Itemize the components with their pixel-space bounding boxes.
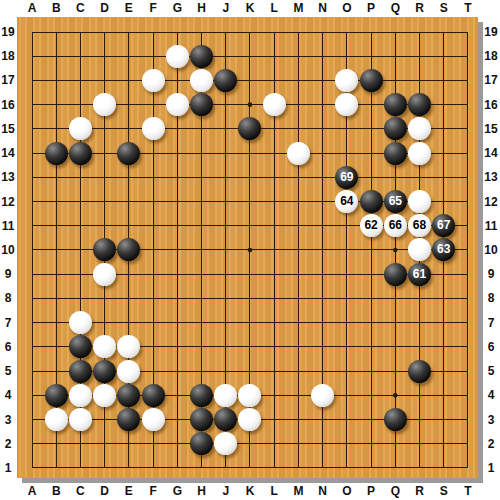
row-label-5-right: 5 bbox=[488, 364, 495, 378]
row-label-4-right: 4 bbox=[488, 388, 495, 402]
col-label-T-top: T bbox=[464, 1, 471, 15]
move-number-label: 63 bbox=[432, 238, 455, 261]
stone-white-R11: 68 bbox=[408, 214, 431, 237]
stone-white-C4 bbox=[69, 384, 92, 407]
row-label-5-left: 5 bbox=[5, 364, 12, 378]
col-label-K-bottom: K bbox=[246, 484, 255, 498]
stone-white-R12 bbox=[408, 190, 431, 213]
stone-white-E5 bbox=[117, 360, 140, 383]
col-label-B-top: B bbox=[52, 1, 61, 15]
stone-white-F17 bbox=[142, 69, 165, 92]
stone-black-H3 bbox=[190, 408, 213, 431]
stone-white-L16 bbox=[263, 93, 286, 116]
stone-white-O12: 64 bbox=[335, 190, 358, 213]
move-number-label: 67 bbox=[432, 214, 455, 237]
row-label-12-right: 12 bbox=[484, 195, 497, 209]
col-label-S-top: S bbox=[440, 1, 448, 15]
stone-black-Q14 bbox=[384, 142, 407, 165]
row-label-18-right: 18 bbox=[484, 49, 497, 63]
stone-white-D9 bbox=[93, 263, 116, 286]
stone-white-M14 bbox=[287, 142, 310, 165]
col-label-J-top: J bbox=[222, 1, 229, 15]
move-number-label: 66 bbox=[384, 214, 407, 237]
stone-black-Q12: 65 bbox=[384, 190, 407, 213]
stone-white-C7 bbox=[69, 311, 92, 334]
row-label-9-left: 9 bbox=[5, 267, 12, 281]
stone-black-B4 bbox=[45, 384, 68, 407]
col-label-M-bottom: M bbox=[293, 484, 303, 498]
col-label-C-bottom: C bbox=[76, 484, 85, 498]
col-label-N-bottom: N bbox=[318, 484, 327, 498]
row-label-4-left: 4 bbox=[5, 388, 12, 402]
stone-black-O13: 69 bbox=[335, 166, 358, 189]
stone-black-P17 bbox=[360, 69, 383, 92]
move-number-label: 69 bbox=[335, 166, 358, 189]
col-label-B-bottom: B bbox=[52, 484, 61, 498]
row-label-7-left: 7 bbox=[5, 316, 12, 330]
stone-white-F15 bbox=[142, 117, 165, 140]
star-point-Q10 bbox=[393, 248, 398, 253]
col-label-P-top: P bbox=[367, 1, 375, 15]
row-label-13-right: 13 bbox=[484, 170, 497, 184]
star-point-Q4 bbox=[393, 393, 398, 398]
row-label-14-left: 14 bbox=[1, 146, 14, 160]
row-label-16-right: 16 bbox=[484, 98, 497, 112]
col-label-R-bottom: R bbox=[415, 484, 424, 498]
stone-white-P11: 62 bbox=[360, 214, 383, 237]
stone-black-F4 bbox=[142, 384, 165, 407]
stone-white-F3 bbox=[142, 408, 165, 431]
row-label-11-right: 11 bbox=[485, 219, 498, 233]
row-label-16-left: 16 bbox=[1, 98, 14, 112]
col-label-G-bottom: G bbox=[173, 484, 182, 498]
col-label-C-top: C bbox=[76, 1, 85, 15]
row-label-11-left: 11 bbox=[2, 219, 15, 233]
stone-black-Q3 bbox=[384, 408, 407, 431]
stone-black-E14 bbox=[117, 142, 140, 165]
row-label-7-right: 7 bbox=[488, 316, 495, 330]
row-label-10-right: 10 bbox=[484, 243, 497, 257]
col-label-L-bottom: L bbox=[271, 484, 278, 498]
col-label-H-bottom: H bbox=[197, 484, 206, 498]
row-label-17-right: 17 bbox=[484, 73, 497, 87]
row-label-6-left: 6 bbox=[5, 340, 12, 354]
stone-white-D4 bbox=[93, 384, 116, 407]
go-diagram: ABCDEFGHJKLMNOPQRST ABCDEFGHJKLMNOPQRST … bbox=[0, 0, 500, 500]
row-label-1-right: 1 bbox=[488, 461, 495, 475]
stone-black-Q9 bbox=[384, 263, 407, 286]
move-number-label: 68 bbox=[408, 214, 431, 237]
stone-black-H4 bbox=[190, 384, 213, 407]
move-number-label: 65 bbox=[384, 190, 407, 213]
col-label-A-bottom: A bbox=[28, 484, 37, 498]
move-number-label: 62 bbox=[360, 214, 383, 237]
row-label-9-right: 9 bbox=[488, 267, 495, 281]
stone-white-G18 bbox=[166, 45, 189, 68]
stone-black-S11: 67 bbox=[432, 214, 455, 237]
row-label-18-left: 18 bbox=[1, 49, 14, 63]
row-label-14-right: 14 bbox=[484, 146, 497, 160]
col-label-L-top: L bbox=[271, 1, 278, 15]
stone-black-P12 bbox=[360, 190, 383, 213]
row-label-3-right: 3 bbox=[488, 413, 495, 427]
row-label-2-left: 2 bbox=[5, 437, 12, 451]
col-label-D-top: D bbox=[100, 1, 109, 15]
stone-black-D5 bbox=[93, 360, 116, 383]
col-label-Q-top: Q bbox=[391, 1, 400, 15]
stone-black-R9: 61 bbox=[408, 263, 431, 286]
col-label-T-bottom: T bbox=[464, 484, 471, 498]
col-label-M-top: M bbox=[293, 1, 303, 15]
stone-black-R5 bbox=[408, 360, 431, 383]
row-label-8-left: 8 bbox=[5, 291, 12, 305]
row-label-13-left: 13 bbox=[1, 170, 14, 184]
col-label-G-top: G bbox=[173, 1, 182, 15]
stone-white-N4 bbox=[311, 384, 334, 407]
stone-white-R14 bbox=[408, 142, 431, 165]
stone-black-B14 bbox=[45, 142, 68, 165]
stone-black-Q16 bbox=[384, 93, 407, 116]
col-label-J-bottom: J bbox=[222, 484, 229, 498]
col-label-P-bottom: P bbox=[367, 484, 375, 498]
row-label-17-left: 17 bbox=[1, 73, 14, 87]
col-label-R-top: R bbox=[415, 1, 424, 15]
stone-white-H17 bbox=[190, 69, 213, 92]
row-label-19-left: 19 bbox=[1, 25, 14, 39]
move-number-label: 64 bbox=[335, 190, 358, 213]
row-label-1-left: 1 bbox=[5, 461, 12, 475]
move-number-label: 61 bbox=[408, 263, 431, 286]
col-label-K-top: K bbox=[246, 1, 255, 15]
row-label-15-left: 15 bbox=[1, 122, 14, 136]
star-point-K16 bbox=[248, 102, 253, 107]
col-label-O-top: O bbox=[342, 1, 351, 15]
stone-black-S10: 63 bbox=[432, 238, 455, 261]
row-label-6-right: 6 bbox=[488, 340, 495, 354]
col-label-H-top: H bbox=[197, 1, 206, 15]
stone-white-Q11: 66 bbox=[384, 214, 407, 237]
stone-white-B3 bbox=[45, 408, 68, 431]
row-label-3-left: 3 bbox=[5, 413, 12, 427]
row-label-10-left: 10 bbox=[1, 243, 14, 257]
row-label-15-right: 15 bbox=[484, 122, 497, 136]
stone-white-G16 bbox=[166, 93, 189, 116]
stone-white-C3 bbox=[69, 408, 92, 431]
stone-black-C5 bbox=[69, 360, 92, 383]
col-label-N-top: N bbox=[318, 1, 327, 15]
stone-black-H18 bbox=[190, 45, 213, 68]
col-label-E-bottom: E bbox=[125, 484, 133, 498]
row-label-12-left: 12 bbox=[1, 195, 14, 209]
col-label-F-bottom: F bbox=[149, 484, 156, 498]
col-label-S-bottom: S bbox=[440, 484, 448, 498]
col-label-E-top: E bbox=[125, 1, 133, 15]
col-label-D-bottom: D bbox=[100, 484, 109, 498]
stone-black-C14 bbox=[69, 142, 92, 165]
col-label-F-top: F bbox=[149, 1, 156, 15]
row-label-8-right: 8 bbox=[488, 291, 495, 305]
col-label-O-bottom: O bbox=[342, 484, 351, 498]
stone-white-J4 bbox=[214, 384, 237, 407]
row-label-19-right: 19 bbox=[484, 25, 497, 39]
col-label-A-top: A bbox=[28, 1, 37, 15]
row-label-2-right: 2 bbox=[488, 437, 495, 451]
goban[interactable]: 696465626668676361 bbox=[17, 17, 478, 478]
col-label-Q-bottom: Q bbox=[391, 484, 400, 498]
star-point-K10 bbox=[248, 248, 253, 253]
